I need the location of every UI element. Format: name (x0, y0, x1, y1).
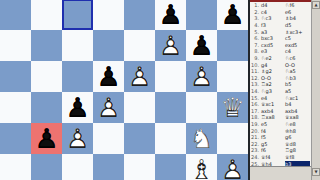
white-pawn-piece[interactable]: ♟♙ (62, 123, 93, 154)
black-pawn-piece[interactable]: ♟♙ (186, 30, 217, 61)
white-move[interactable]: ♘c3 (261, 15, 285, 21)
square-e6[interactable] (124, 30, 155, 61)
square-c6[interactable] (62, 30, 93, 61)
move-number: 1. (251, 2, 259, 8)
move-row-8: 8.e3c4 (251, 48, 310, 55)
move-row-10: 10.g4O-O (251, 61, 310, 68)
black-move[interactable]: c5 (285, 35, 310, 41)
black-move[interactable]: ♖g8 (285, 147, 310, 153)
move-number: 21. (251, 134, 259, 140)
square-g6[interactable]: ♟♙ (186, 30, 217, 61)
pawn-glyph-outline: ♙ (93, 92, 124, 123)
white-move[interactable]: axb4 (261, 108, 285, 114)
bishop-glyph-outline: ♗ (186, 154, 217, 180)
move-number: 8. (251, 48, 259, 54)
square-h2[interactable]: ♟♙ (217, 154, 248, 180)
move-number: 18. (251, 114, 259, 120)
move-number: 6. (251, 35, 259, 41)
square-h7[interactable]: ♟♙ (217, 0, 248, 30)
app-window: { "game": "chess", "position": "2b1nqrk/… (0, 0, 320, 180)
white-move[interactable]: e5 (261, 121, 285, 127)
move-row-23: 23.f6♖g8 (251, 147, 310, 154)
black-move[interactable]: ♘xc1 (285, 95, 310, 101)
black-move[interactable]: ♕d8 (285, 141, 310, 147)
white-pawn-piece[interactable]: ♟♙ (155, 30, 186, 61)
square-d6[interactable] (93, 30, 124, 61)
move-number: 17. (251, 108, 259, 114)
white-queen-piece[interactable]: ♛♕ (217, 92, 248, 123)
pawn-glyph-outline: ♙ (155, 30, 186, 61)
move-row-24: 24.♕f4♕f8 (251, 154, 310, 161)
move-row-21: 21.f5g6 (251, 134, 310, 141)
square-e4[interactable] (124, 92, 155, 123)
white-move[interactable]: ♕f4 (261, 154, 285, 160)
move-list-scrollbar[interactable]: ▲ ▼ (311, 0, 320, 180)
black-move[interactable]: ♔h8 (285, 128, 310, 134)
square-d4[interactable]: ♟♙ (93, 92, 124, 123)
square-e2[interactable] (124, 154, 155, 180)
move-row-22: 22.g5♕d8 (251, 140, 310, 147)
white-move[interactable]: a3 (261, 29, 285, 35)
black-move[interactable]: ♗xc3+ (285, 29, 310, 35)
move-row-20: 20.f4♔h8 (251, 127, 310, 134)
square-c7[interactable] (62, 0, 93, 30)
move-row-2: 2.c4e6 (251, 9, 310, 16)
square-h6[interactable] (217, 30, 248, 61)
white-move[interactable]: bxc3 (261, 35, 285, 41)
move-row-14: 14.♘g3a5 (251, 88, 310, 95)
square-b5[interactable] (31, 61, 62, 92)
square-e5[interactable]: ♟♙ (124, 61, 155, 92)
white-move[interactable]: O-O (261, 75, 285, 81)
white-move[interactable]: e4 (261, 95, 285, 101)
white-move[interactable]: g4 (261, 62, 285, 68)
move-row-19: 19.e5♘e8 (251, 121, 310, 128)
move-row-15: 15.e4♘xc1 (251, 94, 310, 101)
white-move[interactable]: ♖a2 (261, 81, 285, 87)
black-move[interactable]: b5 (285, 81, 310, 87)
black-move[interactable]: ♘a5 (285, 68, 310, 74)
pawn-glyph-outline: ♙ (186, 30, 217, 61)
move-number: 4. (251, 22, 259, 28)
black-move[interactable]: ♘c6 (285, 55, 310, 61)
white-move[interactable]: ♕xc1 (261, 101, 285, 107)
move-number: 22. (251, 141, 259, 147)
move-row-16: 16.♕xc1b4 (251, 101, 310, 108)
move-row-6: 6.bxc3c5 (251, 35, 310, 42)
move-row-18: 18.♖xa8♕xa8 (251, 114, 310, 121)
move-row-4: 4.f3d5 (251, 22, 310, 29)
move-row-5: 5.a3♗xc3+ (251, 28, 310, 35)
square-d5[interactable]: ♟♙ (93, 61, 124, 92)
knight-glyph-outline: ♘ (186, 123, 217, 154)
pawn-glyph-outline: ♙ (62, 123, 93, 154)
square-f7[interactable]: ♟♙ (155, 0, 186, 30)
square-a7[interactable] (0, 0, 31, 30)
black-move[interactable]: ♕xa8 (285, 114, 310, 120)
pawn-glyph-outline: ♙ (62, 92, 93, 123)
black-pawn-piece[interactable]: ♟♙ (93, 61, 124, 92)
scroll-up-icon[interactable]: ▲ (312, 1, 320, 9)
square-a2[interactable] (0, 154, 31, 180)
move-number: 23. (251, 147, 259, 153)
black-move[interactable]: e6 (285, 9, 310, 15)
move-number: 3. (251, 15, 259, 21)
square-a6[interactable] (0, 30, 31, 61)
white-move[interactable]: g5 (261, 141, 285, 147)
square-a5[interactable] (0, 61, 31, 92)
move-number: 14. (251, 88, 259, 94)
black-move[interactable]: b4 (285, 101, 310, 107)
white-move[interactable]: ♘g3 (261, 88, 285, 94)
pawn-glyph-outline: ♙ (217, 154, 248, 180)
square-g2[interactable]: ♝♗ (186, 154, 217, 180)
black-pawn-piece[interactable]: ♟♙ (31, 123, 62, 154)
black-pawn-piece[interactable]: ♟♙ (62, 92, 93, 123)
move-number: 24. (251, 154, 259, 160)
black-move[interactable]: exd5 (285, 42, 310, 48)
square-b4[interactable] (31, 92, 62, 123)
square-h5[interactable] (217, 61, 248, 92)
square-c2[interactable] (62, 154, 93, 180)
square-e7[interactable] (124, 0, 155, 30)
white-pawn-piece[interactable]: ♟♙ (217, 154, 248, 180)
square-c3[interactable]: ♟♙ (62, 123, 93, 154)
square-c5[interactable] (62, 61, 93, 92)
white-move[interactable]: ♘e2 (261, 55, 285, 61)
move-number: 12. (251, 75, 259, 81)
square-g5[interactable]: ♟♙ (186, 61, 217, 92)
move-row-9: 9.♘e2♘c6 (251, 55, 310, 62)
black-pawn-piece[interactable]: ♟♙ (217, 0, 248, 30)
move-list[interactable]: 1.d4♘f62.c4e63.♘c3♗b44.f3d55.a3♗xc3+6.bx… (251, 2, 310, 166)
move-number: 16. (251, 101, 259, 107)
move-row-13: 13.♖a2b5 (251, 81, 310, 88)
square-d2[interactable] (93, 154, 124, 180)
pawn-glyph-outline: ♙ (31, 123, 62, 154)
pawn-glyph-outline: ♙ (186, 61, 217, 92)
pawn-glyph-outline: ♙ (155, 0, 186, 30)
black-move[interactable]: d5 (285, 22, 310, 28)
chess-board: ♟♙♟♙♟♙♟♙♟♙♟♙♟♙♟♙♟♙♛♕♟♙♟♙♞♘♝♗♟♙ (0, 0, 248, 180)
square-f4[interactable] (155, 92, 186, 123)
move-number: 5. (251, 29, 259, 35)
move-number: 9. (251, 55, 259, 61)
black-move[interactable]: g6 (285, 134, 310, 140)
white-move[interactable]: ♖xa8 (261, 114, 285, 120)
square-g4[interactable] (186, 92, 217, 123)
move-row-11: 11.♗g2♘a5 (251, 68, 310, 75)
square-b7[interactable] (31, 0, 62, 30)
black-move[interactable]: axb4 (285, 108, 310, 114)
white-move[interactable]: f4 (261, 128, 285, 134)
black-move[interactable]: O-O (285, 62, 310, 68)
square-a4[interactable] (0, 92, 31, 123)
square-h4[interactable]: ♛♕ (217, 92, 248, 123)
black-move[interactable]: c4 (285, 48, 310, 54)
square-g3[interactable]: ♞♘ (186, 123, 217, 154)
white-pawn-piece[interactable]: ♟♙ (93, 92, 124, 123)
move-row-17: 17.axb4axb4 (251, 108, 310, 115)
move-row-7: 7.cxd5exd5 (251, 42, 310, 49)
square-d3[interactable] (93, 123, 124, 154)
white-move[interactable]: c4 (261, 9, 285, 15)
square-b3[interactable]: ♟♙ (31, 123, 62, 154)
square-f5[interactable] (155, 61, 186, 92)
panel-footer (250, 166, 311, 180)
square-f6[interactable]: ♟♙ (155, 30, 186, 61)
move-number: 19. (251, 121, 259, 127)
white-move[interactable]: d4 (261, 2, 285, 8)
move-number: 2. (251, 9, 259, 15)
scroll-down-icon[interactable]: ▼ (312, 168, 320, 176)
black-move[interactable]: ♗b4 (285, 15, 310, 21)
move-number: 10. (251, 62, 259, 68)
square-g7[interactable] (186, 0, 217, 30)
white-knight-piece[interactable]: ♞♘ (186, 123, 217, 154)
white-move[interactable]: ♗g2 (261, 68, 285, 74)
white-pawn-piece[interactable]: ♟♙ (124, 61, 155, 92)
move-number: 20. (251, 128, 259, 134)
square-h3[interactable] (217, 123, 248, 154)
move-row-3: 3.♘c3♗b4 (251, 15, 310, 22)
square-b2[interactable] (31, 154, 62, 180)
square-f3[interactable] (155, 123, 186, 154)
move-number: 11. (251, 68, 259, 74)
pawn-glyph-outline: ♙ (217, 0, 248, 30)
black-move[interactable]: ♘e8 (285, 121, 310, 127)
square-d7[interactable] (93, 0, 124, 30)
move-number: 15. (251, 95, 259, 101)
white-bishop-piece[interactable]: ♝♗ (186, 154, 217, 180)
move-row-1: 1.d4♘f6 (251, 2, 310, 9)
white-pawn-piece[interactable]: ♟♙ (186, 61, 217, 92)
move-number: 7. (251, 42, 259, 48)
queen-glyph-outline: ♕ (217, 92, 248, 123)
black-move[interactable]: ♘f6 (285, 2, 310, 8)
move-number: 13. (251, 81, 259, 87)
square-a3[interactable] (0, 123, 31, 154)
white-move[interactable]: f6 (261, 147, 285, 153)
black-move[interactable]: ♕f8 (285, 154, 310, 160)
square-f2[interactable] (155, 154, 186, 180)
pawn-glyph-outline: ♙ (93, 61, 124, 92)
white-move[interactable]: f5 (261, 134, 285, 140)
black-pawn-piece[interactable]: ♟♙ (155, 0, 186, 30)
square-c4[interactable]: ♟♙ (62, 92, 93, 123)
white-move[interactable]: f3 (261, 22, 285, 28)
white-move[interactable]: cxd5 (261, 42, 285, 48)
black-move[interactable]: ♘b3 (285, 75, 310, 81)
white-move[interactable]: e3 (261, 48, 285, 54)
black-move[interactable]: a5 (285, 88, 310, 94)
square-b6[interactable] (31, 30, 62, 61)
pawn-glyph-outline: ♙ (124, 61, 155, 92)
move-row-12: 12.O-O♘b3 (251, 75, 310, 82)
square-e3[interactable] (124, 123, 155, 154)
